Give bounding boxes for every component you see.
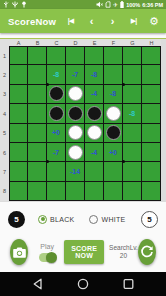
- white-disc: [68, 86, 83, 101]
- square-C3[interactable]: [47, 85, 66, 104]
- home-button[interactable]: [77, 278, 89, 290]
- black-disc: [87, 106, 102, 121]
- play-toggle-thumb[interactable]: [46, 252, 57, 263]
- square-E7[interactable]: [85, 162, 104, 181]
- white-radio-circle[interactable]: [89, 215, 98, 224]
- app-title: ScoreNow: [8, 16, 56, 27]
- eval-label-C5: +0: [52, 129, 60, 136]
- eval-label-G4: -8: [129, 110, 135, 117]
- battery-icon: [120, 1, 124, 8]
- square-C5[interactable]: +0: [47, 124, 66, 143]
- app-screen: ✈ 100% 6:36 PM ScoreNow |◀ ‹ › ▶| ⚙ ABCD…: [0, 0, 166, 296]
- bottom-controls: Play SCORE NOW SearchLv. 20: [0, 239, 166, 265]
- black-radio[interactable]: BLACK: [38, 215, 74, 224]
- square-F4[interactable]: [104, 104, 123, 123]
- black-score-disc: 5: [8, 211, 25, 228]
- square-A7[interactable]: [9, 162, 28, 181]
- square-G4[interactable]: -8: [123, 104, 142, 123]
- square-E5[interactable]: [85, 124, 104, 143]
- board-corner: [0, 39, 9, 46]
- camera-button[interactable]: [10, 239, 28, 265]
- square-B1[interactable]: [28, 46, 47, 65]
- square-C6[interactable]: -7: [47, 143, 66, 162]
- status-time: 6:36 PM: [142, 2, 163, 8]
- square-B5[interactable]: [28, 124, 47, 143]
- square-A6[interactable]: [9, 143, 28, 162]
- row-label-1: 1: [0, 46, 9, 65]
- eval-label-D7: -14: [70, 168, 80, 175]
- square-B6[interactable]: [28, 143, 47, 162]
- square-B3[interactable]: [28, 85, 47, 104]
- board-area: ABCDEFGH12-8-7-83-4-84-85+06-7-4+07-148: [0, 38, 166, 202]
- square-F8[interactable]: [104, 182, 123, 201]
- eval-label-E3: -4: [91, 90, 97, 97]
- row-label-6: 6: [0, 143, 9, 162]
- black-disc: [106, 125, 121, 140]
- column-label-A: A: [9, 39, 28, 46]
- column-label-C: C: [47, 39, 66, 46]
- android-navbar: [0, 272, 166, 296]
- square-E1[interactable]: [85, 46, 104, 65]
- white-radio-label: WHITE: [101, 216, 125, 223]
- row-label-8: 8: [0, 182, 9, 201]
- square-B2[interactable]: [28, 65, 47, 84]
- square-A1[interactable]: [9, 46, 28, 65]
- white-disc: [87, 125, 102, 140]
- eval-label-C6: -7: [53, 149, 59, 156]
- black-radio-circle[interactable]: [38, 215, 47, 224]
- toolbar: ScoreNow |◀ ‹ › ▶| ⚙: [0, 9, 166, 33]
- column-label-G: G: [123, 39, 142, 46]
- square-E2[interactable]: -8: [85, 65, 104, 84]
- square-G5[interactable]: [123, 124, 142, 143]
- eval-label-E2: -8: [91, 71, 97, 78]
- square-E6[interactable]: -4: [85, 143, 104, 162]
- square-H7[interactable]: [142, 162, 161, 181]
- square-A3[interactable]: [9, 85, 28, 104]
- black-disc: [68, 106, 83, 121]
- search-level-label: SearchLv.: [109, 244, 138, 252]
- square-F5[interactable]: [104, 124, 123, 143]
- white-radio[interactable]: WHITE: [89, 215, 125, 224]
- eval-label-C2: -8: [53, 71, 59, 78]
- row-label-5: 5: [0, 124, 9, 143]
- square-H3[interactable]: [142, 85, 161, 104]
- square-E8[interactable]: [85, 182, 104, 201]
- play-toggle[interactable]: [39, 253, 55, 262]
- white-score-disc: 5: [141, 211, 158, 228]
- column-label-E: E: [85, 39, 104, 46]
- square-C8[interactable]: [47, 182, 66, 201]
- square-B4[interactable]: [28, 104, 47, 123]
- last-move-button[interactable]: ▶|: [123, 17, 144, 25]
- star-point: [122, 83, 125, 86]
- settings-gear-icon[interactable]: ⚙: [144, 15, 164, 28]
- recents-button[interactable]: [123, 278, 134, 290]
- first-move-button[interactable]: |◀: [60, 17, 81, 25]
- previous-move-button[interactable]: ‹: [81, 16, 102, 27]
- square-A5[interactable]: [9, 124, 28, 143]
- eval-label-F6: +0: [109, 149, 117, 156]
- square-H4[interactable]: [142, 104, 161, 123]
- black-disc: [49, 106, 64, 121]
- eval-label-F3: -8: [110, 90, 116, 97]
- play-label: Play: [40, 243, 54, 250]
- square-D6[interactable]: [66, 143, 85, 162]
- square-D4[interactable]: [66, 104, 85, 123]
- square-H1[interactable]: [142, 46, 161, 65]
- square-H8[interactable]: [142, 182, 161, 201]
- back-button[interactable]: [32, 278, 43, 290]
- square-G1[interactable]: [123, 46, 142, 65]
- sim-icon: [105, 1, 111, 8]
- square-F7[interactable]: [104, 162, 123, 181]
- usb-icon: [3, 1, 9, 8]
- square-D2[interactable]: -7: [66, 65, 85, 84]
- square-D1[interactable]: [66, 46, 85, 65]
- column-label-D: D: [66, 39, 85, 46]
- move-navigation: |◀ ‹ › ▶| ⚙: [60, 15, 166, 28]
- row-label-3: 3: [0, 85, 9, 104]
- square-C7[interactable]: [47, 162, 66, 181]
- square-F6[interactable]: +0: [104, 143, 123, 162]
- row-label-4: 4: [0, 104, 9, 123]
- black-disc: [49, 86, 64, 101]
- square-D5[interactable]: [66, 124, 85, 143]
- score-now-button[interactable]: SCORE NOW: [64, 240, 104, 264]
- status-left-icons: [3, 1, 27, 8]
- square-F2[interactable]: [104, 65, 123, 84]
- board-grid: ABCDEFGH12-8-7-83-4-84-85+06-7-4+07-148: [0, 39, 161, 201]
- search-level-value: 20: [120, 252, 127, 260]
- eval-label-D2: -7: [72, 71, 78, 78]
- white-disc: [106, 106, 121, 121]
- column-label-F: F: [104, 39, 123, 46]
- square-E3[interactable]: -4: [85, 85, 104, 104]
- square-B7[interactable]: [28, 162, 47, 181]
- next-move-button[interactable]: ›: [102, 16, 123, 27]
- white-disc: [68, 125, 83, 140]
- score-row: 5 BLACK WHITE 5: [0, 208, 166, 230]
- row-label-2: 2: [0, 65, 9, 84]
- usb-debug-icon: [12, 1, 18, 8]
- square-D8[interactable]: [66, 182, 85, 201]
- camera-icon: [13, 247, 26, 258]
- square-E4[interactable]: [85, 104, 104, 123]
- star-point: [46, 83, 49, 86]
- battery-percent: 100%: [126, 2, 140, 8]
- column-label-H: H: [142, 39, 161, 46]
- column-label-B: B: [28, 39, 47, 46]
- square-C4[interactable]: [47, 104, 66, 123]
- square-H5[interactable]: [142, 124, 161, 143]
- square-C1[interactable]: [47, 46, 66, 65]
- square-A8[interactable]: [9, 182, 28, 201]
- star-point: [122, 160, 125, 163]
- black-radio-label: BLACK: [50, 216, 74, 223]
- square-G2[interactable]: [123, 65, 142, 84]
- square-H6[interactable]: [142, 143, 161, 162]
- square-A4[interactable]: [9, 104, 28, 123]
- square-D7[interactable]: -14: [66, 162, 85, 181]
- white-disc: [68, 145, 83, 160]
- search-level[interactable]: SearchLv. 20: [109, 244, 138, 260]
- square-G3[interactable]: [123, 85, 142, 104]
- square-F3[interactable]: -8: [104, 85, 123, 104]
- refresh-button[interactable]: [138, 239, 156, 265]
- square-D3[interactable]: [66, 85, 85, 104]
- status-bar: ✈ 100% 6:36 PM: [0, 0, 166, 9]
- mute-icon: [96, 1, 103, 8]
- square-B8[interactable]: [28, 182, 47, 201]
- refresh-icon: [140, 245, 154, 259]
- square-H2[interactable]: [142, 65, 161, 84]
- square-G7[interactable]: [123, 162, 142, 181]
- square-C2[interactable]: -8: [47, 65, 66, 84]
- eval-label-E6: -4: [91, 149, 97, 156]
- location-pin-icon: [21, 1, 27, 8]
- square-G6[interactable]: [123, 143, 142, 162]
- star-point: [46, 160, 49, 163]
- row-label-7: 7: [0, 162, 9, 181]
- airplane-mode-icon: ✈: [113, 2, 118, 8]
- square-G8[interactable]: [123, 182, 142, 201]
- square-F1[interactable]: [104, 46, 123, 65]
- square-A2[interactable]: [9, 65, 28, 84]
